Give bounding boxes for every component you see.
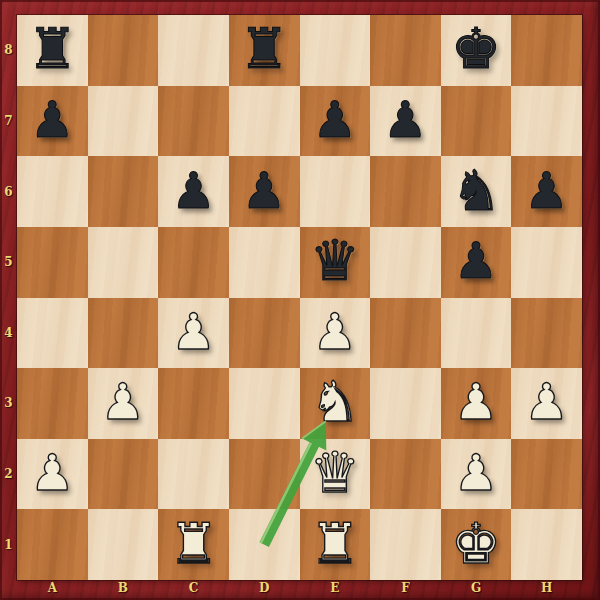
rank-label-7: 7 [4, 114, 12, 128]
square-d8[interactable]: ♜ [229, 15, 300, 86]
square-b1[interactable] [88, 509, 159, 580]
square-c5[interactable] [158, 227, 229, 298]
file-label-c: C [189, 581, 199, 595]
square-a1[interactable] [17, 509, 88, 580]
piece-white-pawn: ♟ [454, 448, 499, 498]
square-c6[interactable]: ♟ [158, 156, 229, 227]
square-f6[interactable] [370, 156, 441, 227]
square-e8[interactable] [300, 15, 371, 86]
square-f2[interactable] [370, 439, 441, 510]
piece-black-king: ♚ [451, 21, 501, 77]
square-e7[interactable]: ♟ [300, 86, 371, 157]
rank-label-5: 5 [4, 255, 12, 269]
square-c8[interactable] [158, 15, 229, 86]
square-a4[interactable] [17, 298, 88, 369]
square-f3[interactable] [370, 368, 441, 439]
piece-white-pawn: ♟ [101, 377, 146, 427]
square-d6[interactable]: ♟ [229, 156, 300, 227]
file-label-a: A [48, 581, 57, 595]
square-a5[interactable] [17, 227, 88, 298]
square-g5[interactable]: ♟ [441, 227, 512, 298]
square-e6[interactable] [300, 156, 371, 227]
piece-white-pawn: ♟ [30, 448, 75, 498]
piece-black-rook: ♜ [27, 21, 77, 77]
piece-black-rook: ♜ [239, 21, 289, 77]
square-g8[interactable]: ♚ [441, 15, 512, 86]
square-g7[interactable] [441, 86, 512, 157]
square-b8[interactable] [88, 15, 159, 86]
piece-white-pawn: ♟ [171, 307, 216, 357]
square-d2[interactable] [229, 439, 300, 510]
square-b4[interactable] [88, 298, 159, 369]
piece-white-pawn: ♟ [524, 377, 569, 427]
piece-black-pawn: ♟ [524, 166, 569, 216]
file-label-f: F [401, 581, 410, 595]
square-a8[interactable]: ♜ [17, 15, 88, 86]
square-c1[interactable]: ♜ [158, 509, 229, 580]
square-b5[interactable] [88, 227, 159, 298]
square-g6[interactable]: ♞ [441, 156, 512, 227]
file-label-b: B [118, 581, 128, 595]
piece-black-knight: ♞ [451, 163, 501, 219]
chessboard: ♜♜♚♟♟♟♟♟♞♟♛♟♟♟♟♞♟♟♟♛♟♜♜♚ [17, 15, 582, 580]
piece-black-pawn: ♟ [30, 95, 75, 145]
piece-black-pawn: ♟ [312, 95, 357, 145]
square-e2[interactable]: ♛ [300, 439, 371, 510]
piece-black-pawn: ♟ [454, 236, 499, 286]
piece-white-pawn: ♟ [312, 307, 357, 357]
square-f4[interactable] [370, 298, 441, 369]
square-g3[interactable]: ♟ [441, 368, 512, 439]
square-b7[interactable] [88, 86, 159, 157]
piece-white-rook: ♜ [168, 516, 218, 572]
square-h5[interactable] [511, 227, 582, 298]
rank-label-3: 3 [4, 396, 12, 410]
square-d1[interactable] [229, 509, 300, 580]
square-d5[interactable] [229, 227, 300, 298]
square-e4[interactable]: ♟ [300, 298, 371, 369]
file-label-e: E [330, 581, 339, 595]
rank-label-6: 6 [4, 185, 12, 199]
square-f7[interactable]: ♟ [370, 86, 441, 157]
rank-label-2: 2 [4, 467, 12, 481]
square-f5[interactable] [370, 227, 441, 298]
piece-black-queen: ♛ [310, 233, 360, 289]
square-g1[interactable]: ♚ [441, 509, 512, 580]
piece-black-pawn: ♟ [242, 166, 287, 216]
square-e3[interactable]: ♞ [300, 368, 371, 439]
square-g4[interactable] [441, 298, 512, 369]
file-label-d: D [259, 581, 269, 595]
rank-label-8: 8 [4, 43, 12, 57]
square-b2[interactable] [88, 439, 159, 510]
piece-white-rook: ♜ [310, 516, 360, 572]
piece-black-pawn: ♟ [171, 166, 216, 216]
square-h3[interactable]: ♟ [511, 368, 582, 439]
square-h4[interactable] [511, 298, 582, 369]
square-f8[interactable] [370, 15, 441, 86]
square-a3[interactable] [17, 368, 88, 439]
square-d3[interactable] [229, 368, 300, 439]
file-label-h: H [541, 581, 552, 595]
square-c7[interactable] [158, 86, 229, 157]
piece-white-king: ♚ [451, 516, 501, 572]
square-d4[interactable] [229, 298, 300, 369]
square-h6[interactable]: ♟ [511, 156, 582, 227]
square-c2[interactable] [158, 439, 229, 510]
rank-label-4: 4 [4, 326, 12, 340]
file-label-g: G [471, 581, 481, 595]
square-d7[interactable] [229, 86, 300, 157]
square-h7[interactable] [511, 86, 582, 157]
square-g2[interactable]: ♟ [441, 439, 512, 510]
piece-white-knight: ♞ [310, 374, 360, 430]
square-e1[interactable]: ♜ [300, 509, 371, 580]
square-h2[interactable] [511, 439, 582, 510]
square-c4[interactable]: ♟ [158, 298, 229, 369]
chessboard-frame: ♜♜♚♟♟♟♟♟♞♟♛♟♟♟♟♞♟♟♟♛♟♜♜♚ 87654321ABCDEFG… [0, 0, 600, 600]
square-f1[interactable] [370, 509, 441, 580]
square-h1[interactable] [511, 509, 582, 580]
square-b3[interactable]: ♟ [88, 368, 159, 439]
square-h8[interactable] [511, 15, 582, 86]
square-e5[interactable]: ♛ [300, 227, 371, 298]
square-c3[interactable] [158, 368, 229, 439]
square-a7[interactable]: ♟ [17, 86, 88, 157]
square-a6[interactable] [17, 156, 88, 227]
rank-label-1: 1 [4, 538, 12, 552]
square-a2[interactable]: ♟ [17, 439, 88, 510]
piece-white-queen: ♛ [310, 445, 360, 501]
piece-white-pawn: ♟ [454, 377, 499, 427]
piece-black-pawn: ♟ [383, 95, 428, 145]
square-b6[interactable] [88, 156, 159, 227]
